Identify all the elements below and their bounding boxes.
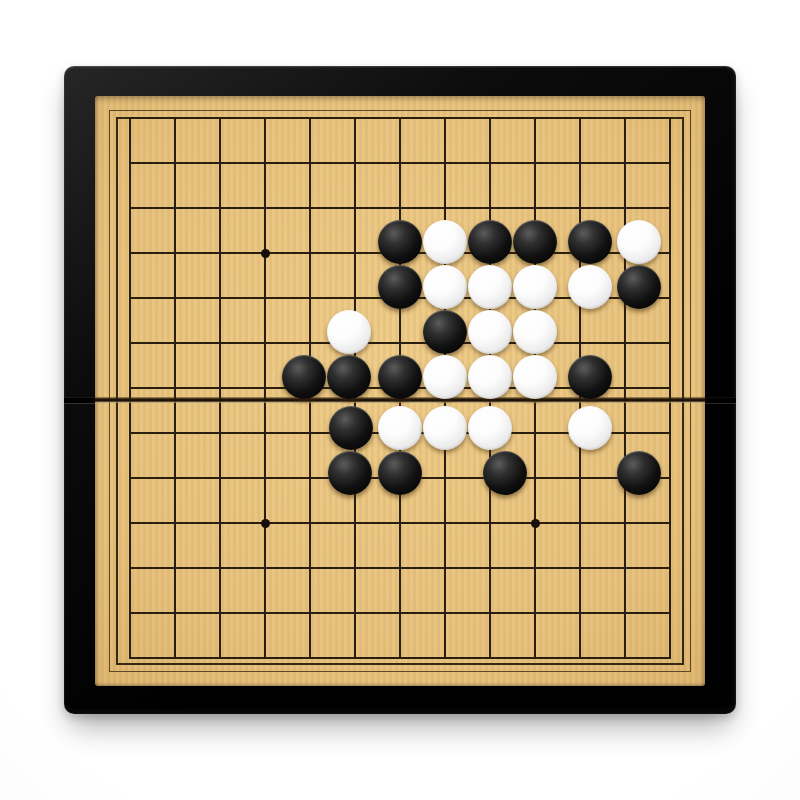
black-stone (568, 220, 612, 264)
go-board-surface (95, 96, 705, 686)
white-stone (468, 310, 512, 354)
white-stone (327, 310, 371, 354)
photo-backdrop (0, 0, 800, 800)
black-stone (513, 220, 557, 264)
black-stone (617, 265, 661, 309)
white-stone (617, 220, 661, 264)
black-stone (483, 451, 527, 495)
black-stone (282, 355, 326, 399)
board-frame (64, 66, 736, 714)
black-stone (378, 355, 422, 399)
black-stone (378, 265, 422, 309)
black-stone (378, 451, 422, 495)
white-stone (423, 406, 467, 450)
black-stone (327, 355, 371, 399)
white-stone (468, 355, 512, 399)
white-stone (423, 355, 467, 399)
white-stone (468, 265, 512, 309)
black-stone (378, 220, 422, 264)
black-stone (617, 451, 661, 495)
white-stone (468, 406, 512, 450)
black-stone (328, 451, 372, 495)
black-stone (568, 355, 612, 399)
white-stone (423, 265, 467, 309)
white-stone (568, 265, 612, 309)
black-stone (468, 220, 512, 264)
black-stone (423, 310, 467, 354)
black-stone (329, 406, 373, 450)
white-stone (513, 265, 557, 309)
white-stone (378, 406, 422, 450)
stones-layer (95, 96, 705, 686)
white-stone (513, 310, 557, 354)
white-stone (568, 406, 612, 450)
white-stone (513, 355, 557, 399)
white-stone (423, 220, 467, 264)
